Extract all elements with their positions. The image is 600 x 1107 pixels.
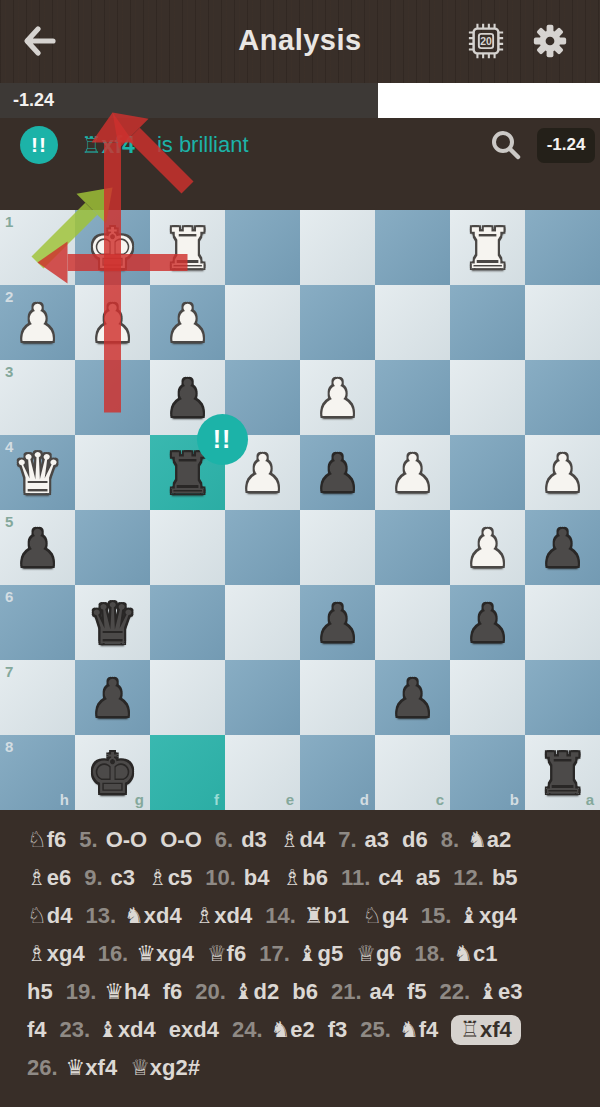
move[interactable]: a4	[370, 979, 394, 1005]
rank-label-2: 2	[5, 288, 13, 305]
piece-bP-f3: ♟	[150, 360, 225, 435]
move[interactable]: b6	[292, 979, 318, 1005]
piece-wP-b5: ♟	[450, 510, 525, 585]
piece-bP-c7: ♟	[375, 660, 450, 735]
file-label-h: h	[60, 791, 69, 808]
square-g7[interactable]: ♟	[75, 660, 150, 735]
square-d3[interactable]: ♟	[300, 360, 375, 435]
move[interactable]: exd4	[169, 1017, 219, 1043]
square-b5[interactable]: ♟	[450, 510, 525, 585]
move[interactable]: ♞f4	[399, 1017, 438, 1043]
move-number: 21.	[331, 979, 362, 1005]
square-a5[interactable]: ♟	[525, 510, 600, 585]
rank-label-6: 6	[5, 588, 13, 605]
square-d4[interactable]: ♟	[300, 435, 375, 510]
move-number: 11.	[341, 865, 370, 891]
square-h1[interactable]: 1	[0, 210, 75, 285]
square-e3[interactable]	[225, 360, 300, 435]
move[interactable]: ♝xd4	[98, 1017, 156, 1043]
piece-wP-c4: ♟	[375, 435, 450, 510]
move-verdict-text: is brilliant	[157, 132, 249, 158]
move-feedback-row: !! ♖xf4 is brilliant -1.24	[0, 118, 600, 172]
move-number: 17.	[259, 941, 290, 967]
square-g1[interactable]: ♚	[75, 210, 150, 285]
engine-depth-button[interactable]: 20	[466, 20, 506, 62]
square-f2[interactable]: ♟	[150, 285, 225, 360]
square-e8[interactable]: e	[225, 735, 300, 810]
square-f3[interactable]: ♟	[150, 360, 225, 435]
move-number: 23.	[60, 1017, 91, 1043]
square-f5[interactable]	[150, 510, 225, 585]
square-h8[interactable]: 8h	[0, 735, 75, 810]
move[interactable]: ♛xg4	[136, 941, 194, 967]
move-number: 25.	[360, 1017, 391, 1043]
svg-text:20: 20	[480, 36, 492, 47]
move[interactable]: ♗xd4	[195, 903, 253, 929]
gear-icon	[531, 22, 569, 60]
move-number: 26.	[27, 1055, 58, 1081]
move[interactable]: ♞xd4	[124, 903, 182, 929]
played-move-san: ♖xf4	[81, 132, 135, 159]
square-h5[interactable]: 5♟	[0, 510, 75, 585]
move[interactable]: ♞a2	[467, 827, 511, 853]
cpu-chip-icon: 20	[466, 20, 506, 62]
square-g5[interactable]	[75, 510, 150, 585]
move-number: 8.	[441, 827, 459, 853]
move[interactable]: ♝xg4	[459, 903, 517, 929]
move[interactable]: h5	[27, 979, 53, 1005]
rank-label-8: 8	[5, 738, 13, 755]
file-label-f: f	[214, 791, 219, 808]
move[interactable]: ♗c5	[148, 865, 192, 891]
square-d8[interactable]: d	[300, 735, 375, 810]
move[interactable]: ♗b6	[283, 865, 328, 891]
square-c2[interactable]	[375, 285, 450, 360]
move[interactable]: ♘d4	[27, 903, 72, 929]
piece-wP-f2: ♟	[150, 285, 225, 360]
file-label-d: d	[360, 791, 369, 808]
square-a6[interactable]	[525, 585, 600, 660]
move[interactable]: O-O	[106, 827, 148, 853]
square-b1[interactable]: ♜	[450, 210, 525, 285]
move[interactable]: ♛h4	[104, 979, 149, 1005]
evaluation-value: -1.24	[13, 90, 54, 110]
square-g4[interactable]	[75, 435, 150, 510]
move[interactable]: ♝g5	[298, 941, 343, 967]
search-icon	[488, 127, 524, 163]
square-d7[interactable]	[300, 660, 375, 735]
piece-wP-d3: ♟	[300, 360, 375, 435]
move[interactable]: f6	[163, 979, 183, 1005]
move[interactable]: c4	[378, 865, 402, 891]
move-number: 20.	[195, 979, 226, 1005]
move-line-7: 26.♛xf4♕xg2#	[27, 1049, 600, 1087]
square-c1[interactable]	[375, 210, 450, 285]
move[interactable]: ♜b1	[304, 903, 349, 929]
file-label-c: c	[436, 791, 444, 808]
piece-wK-g1: ♚	[75, 210, 150, 285]
square-c4[interactable]: ♟	[375, 435, 450, 510]
move[interactable]: ♞c1	[453, 941, 497, 967]
rank-label-1: 1	[5, 213, 13, 230]
square-a7[interactable]	[525, 660, 600, 735]
move-number: 14.	[265, 903, 296, 929]
square-b2[interactable]	[450, 285, 525, 360]
square-e7[interactable]	[225, 660, 300, 735]
move[interactable]: ♘f6	[27, 827, 66, 853]
move[interactable]: f4	[27, 1017, 47, 1043]
square-c7[interactable]: ♟	[375, 660, 450, 735]
move[interactable]: ♝e3	[478, 979, 522, 1005]
evaluation-bar-black-side: -1.24	[0, 83, 378, 118]
square-c3[interactable]	[375, 360, 450, 435]
move-line-2: ♗e69.c3♗c510.b4♗b611.c4a512.b5	[27, 859, 600, 897]
square-a1[interactable]	[525, 210, 600, 285]
move-number: 5.	[79, 827, 97, 853]
square-d6[interactable]: ♟	[300, 585, 375, 660]
square-b4[interactable]	[450, 435, 525, 510]
rank-label-5: 5	[5, 513, 13, 530]
file-label-a: a	[586, 791, 594, 808]
square-h3[interactable]: 3	[0, 360, 75, 435]
move-line-3: ♘d413.♞xd4♗xd414.♜b1♘g415.♝xg4	[27, 897, 600, 935]
square-a2[interactable]	[525, 285, 600, 360]
current-move[interactable]: ♖xf4	[451, 1015, 521, 1045]
move[interactable]: f3	[328, 1017, 348, 1043]
move-number: 10.	[205, 865, 236, 891]
chess-board: 1♚♜♜2♟♟♟3♟♟4♛♜♟♟♟♟5♟♟♟6♛♟♟7♟♟8hg♚fedcba♜	[0, 210, 600, 810]
move-number: 19.	[66, 979, 97, 1005]
square-g2[interactable]: ♟	[75, 285, 150, 360]
app-bar: Analysis 20	[0, 0, 600, 83]
move[interactable]: ♕g6	[356, 941, 401, 967]
square-d5[interactable]	[300, 510, 375, 585]
move[interactable]: ♝d2	[234, 979, 279, 1005]
move-line-6: f423.♝xd4exd424.♞e2f325.♞f4♖xf4	[27, 1011, 600, 1049]
move[interactable]: b5	[492, 865, 518, 891]
rank-label-4: 4	[5, 438, 13, 455]
move[interactable]: O-O	[160, 827, 202, 853]
square-g8[interactable]: g♚	[75, 735, 150, 810]
move[interactable]: ♗e6	[27, 865, 71, 891]
square-f7[interactable]	[150, 660, 225, 735]
square-b8[interactable]: b	[450, 735, 525, 810]
move[interactable]: a5	[416, 865, 440, 891]
evaluation-badge: -1.24	[537, 128, 595, 163]
square-f1[interactable]: ♜	[150, 210, 225, 285]
move-number: 7.	[338, 827, 356, 853]
square-e2[interactable]	[225, 285, 300, 360]
square-c6[interactable]	[375, 585, 450, 660]
square-f8[interactable]: f	[150, 735, 225, 810]
square-e5[interactable]	[225, 510, 300, 585]
square-b6[interactable]: ♟	[450, 585, 525, 660]
move[interactable]: ♕f6	[207, 941, 246, 967]
move-number: 16.	[98, 941, 129, 967]
square-g3[interactable]	[75, 360, 150, 435]
move[interactable]: d6	[402, 827, 428, 853]
piece-bP-d4: ♟	[300, 435, 375, 510]
rank-label-3: 3	[5, 363, 13, 380]
square-h2[interactable]: 2♟	[0, 285, 75, 360]
square-a8[interactable]: a♜	[525, 735, 600, 810]
square-c8[interactable]: c	[375, 735, 450, 810]
move-number: 15.	[421, 903, 452, 929]
piece-bP-b6: ♟	[450, 585, 525, 660]
square-e1[interactable]	[225, 210, 300, 285]
move-line-1: ♘f65.O-OO-O6.d3♗d47.a3d68.♞a2	[27, 821, 600, 859]
piece-bP-g7: ♟	[75, 660, 150, 735]
move[interactable]: c3	[111, 865, 135, 891]
square-h4[interactable]: 4♛	[0, 435, 75, 510]
move[interactable]: ♘g4	[362, 903, 407, 929]
move[interactable]: b4	[244, 865, 270, 891]
move-number: 12.	[453, 865, 484, 891]
move[interactable]: ♛xf4	[66, 1055, 118, 1081]
piece-bR-f4: ♜	[150, 435, 225, 510]
move[interactable]: ♞e2	[271, 1017, 315, 1043]
evaluation-bar: -1.24	[0, 83, 600, 118]
square-f4[interactable]: ♜	[150, 435, 225, 510]
move[interactable]: ♗d4	[280, 827, 325, 853]
square-a4[interactable]: ♟	[525, 435, 600, 510]
analysis-search-button[interactable]	[488, 127, 524, 163]
square-g6[interactable]: ♛	[75, 585, 150, 660]
move[interactable]: a3	[365, 827, 389, 853]
move[interactable]: d3	[241, 827, 267, 853]
settings-button[interactable]	[530, 20, 570, 62]
square-e6[interactable]	[225, 585, 300, 660]
square-d1[interactable]	[300, 210, 375, 285]
brilliant-badge: !!	[20, 126, 58, 164]
square-d2[interactable]	[300, 285, 375, 360]
rank-label-7: 7	[5, 663, 13, 680]
file-label-b: b	[510, 791, 519, 808]
square-e4[interactable]: ♟	[225, 435, 300, 510]
move[interactable]: f5	[407, 979, 427, 1005]
piece-wP-g2: ♟	[75, 285, 150, 360]
move-number: 13.	[85, 903, 116, 929]
move-number: 9.	[84, 865, 102, 891]
move-number: 6.	[215, 827, 233, 853]
piece-bP-d6: ♟	[300, 585, 375, 660]
move[interactable]: ♕xg2#	[130, 1055, 200, 1081]
square-a3[interactable]	[525, 360, 600, 435]
piece-bP-a5: ♟	[525, 510, 600, 585]
square-b3[interactable]	[450, 360, 525, 435]
move[interactable]: ♗xg4	[27, 941, 85, 967]
file-label-g: g	[135, 791, 144, 808]
move-list: ♘f65.O-OO-O6.d3♗d47.a3d68.♞a2♗e69.c3♗c51…	[0, 810, 600, 1107]
move-number: 18.	[415, 941, 446, 967]
move-line-5: h519.♛h4f620.♝d2b621.a4f522.♝e3	[27, 973, 600, 1011]
square-f6[interactable]	[150, 585, 225, 660]
piece-wP-e4: ♟	[225, 435, 300, 510]
piece-wP-a4: ♟	[525, 435, 600, 510]
piece-wR-b1: ♜	[450, 210, 525, 285]
square-c5[interactable]	[375, 510, 450, 585]
move-number: 24.	[232, 1017, 263, 1043]
file-label-e: e	[286, 791, 294, 808]
piece-wR-f1: ♜	[150, 210, 225, 285]
piece-bQ-g6: ♛	[75, 585, 150, 660]
square-h6[interactable]: 6	[0, 585, 75, 660]
square-b7[interactable]	[450, 660, 525, 735]
square-h7[interactable]: 7	[0, 660, 75, 735]
move-number: 22.	[440, 979, 471, 1005]
move-line-4: ♗xg416.♛xg4♕f617.♝g5♕g618.♞c1	[27, 935, 600, 973]
